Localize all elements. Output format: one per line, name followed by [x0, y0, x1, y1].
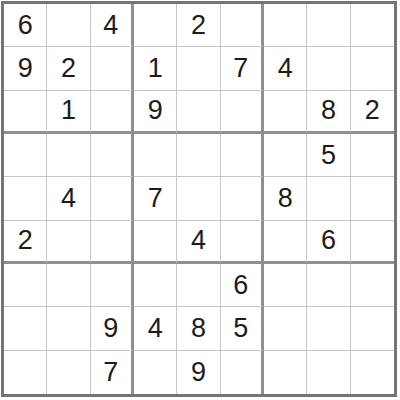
cell-r1c2[interactable]	[47, 4, 90, 47]
cell-r1c7[interactable]	[264, 4, 307, 47]
cell-r6c5[interactable]: 4	[177, 221, 220, 264]
cell-r7c1[interactable]	[4, 264, 47, 307]
cell-r7c4[interactable]	[134, 264, 177, 307]
cell-r4c5[interactable]	[177, 134, 220, 177]
cell-r5c7[interactable]: 8	[264, 177, 307, 220]
cell-r9c8[interactable]	[307, 351, 350, 394]
cell-r3c5[interactable]	[177, 91, 220, 134]
cell-r6c3[interactable]	[91, 221, 134, 264]
cell-r4c2[interactable]	[47, 134, 90, 177]
cell-r2c8[interactable]	[307, 47, 350, 90]
cell-r2c9[interactable]	[351, 47, 394, 90]
cell-r1c8[interactable]	[307, 4, 350, 47]
cell-r7c6[interactable]: 6	[221, 264, 264, 307]
cell-r3c2[interactable]: 1	[47, 91, 90, 134]
sudoku-page: 64292174198254782466948579	[0, 0, 400, 400]
cell-r7c7[interactable]	[264, 264, 307, 307]
cell-r5c4[interactable]: 7	[134, 177, 177, 220]
cell-r1c9[interactable]	[351, 4, 394, 47]
cell-r1c6[interactable]	[221, 4, 264, 47]
cell-r4c1[interactable]	[4, 134, 47, 177]
cell-r1c3[interactable]: 4	[91, 4, 134, 47]
cell-r4c4[interactable]	[134, 134, 177, 177]
cell-r6c9[interactable]	[351, 221, 394, 264]
cell-r9c6[interactable]	[221, 351, 264, 394]
cell-r8c3[interactable]: 9	[91, 307, 134, 350]
cell-r5c6[interactable]	[221, 177, 264, 220]
cell-r9c4[interactable]	[134, 351, 177, 394]
cell-r8c5[interactable]: 8	[177, 307, 220, 350]
cell-r2c5[interactable]	[177, 47, 220, 90]
cell-r7c5[interactable]	[177, 264, 220, 307]
cell-r2c6[interactable]: 7	[221, 47, 264, 90]
cell-r8c6[interactable]: 5	[221, 307, 264, 350]
cell-r5c5[interactable]	[177, 177, 220, 220]
cell-r9c5[interactable]: 9	[177, 351, 220, 394]
cell-r2c1[interactable]: 9	[4, 47, 47, 90]
cell-r6c8[interactable]: 6	[307, 221, 350, 264]
cell-r8c4[interactable]: 4	[134, 307, 177, 350]
cell-r5c9[interactable]	[351, 177, 394, 220]
cell-r1c5[interactable]: 2	[177, 4, 220, 47]
sudoku-board: 64292174198254782466948579	[1, 1, 397, 397]
cell-r9c1[interactable]	[4, 351, 47, 394]
cell-r3c7[interactable]	[264, 91, 307, 134]
cell-r3c6[interactable]	[221, 91, 264, 134]
cell-r8c2[interactable]	[47, 307, 90, 350]
cell-r5c3[interactable]	[91, 177, 134, 220]
cell-r3c1[interactable]	[4, 91, 47, 134]
cell-r3c3[interactable]	[91, 91, 134, 134]
cell-r4c9[interactable]	[351, 134, 394, 177]
cell-r6c2[interactable]	[47, 221, 90, 264]
cell-r9c9[interactable]	[351, 351, 394, 394]
cell-r6c6[interactable]	[221, 221, 264, 264]
cell-r5c1[interactable]	[4, 177, 47, 220]
cell-r8c7[interactable]	[264, 307, 307, 350]
cell-r4c3[interactable]	[91, 134, 134, 177]
cell-r6c1[interactable]: 2	[4, 221, 47, 264]
cell-r4c8[interactable]: 5	[307, 134, 350, 177]
cell-r3c8[interactable]: 8	[307, 91, 350, 134]
cell-r6c4[interactable]	[134, 221, 177, 264]
cell-r9c3[interactable]: 7	[91, 351, 134, 394]
cell-r4c6[interactable]	[221, 134, 264, 177]
cell-r2c4[interactable]: 1	[134, 47, 177, 90]
cell-r7c2[interactable]	[47, 264, 90, 307]
cell-r5c8[interactable]	[307, 177, 350, 220]
cell-r9c7[interactable]	[264, 351, 307, 394]
cell-r8c8[interactable]	[307, 307, 350, 350]
cell-r4c7[interactable]	[264, 134, 307, 177]
cell-r9c2[interactable]	[47, 351, 90, 394]
cell-r2c7[interactable]: 4	[264, 47, 307, 90]
cell-r1c1[interactable]: 6	[4, 4, 47, 47]
cell-r3c9[interactable]: 2	[351, 91, 394, 134]
cell-r7c3[interactable]	[91, 264, 134, 307]
cell-r2c3[interactable]	[91, 47, 134, 90]
cell-r1c4[interactable]	[134, 4, 177, 47]
cell-r6c7[interactable]	[264, 221, 307, 264]
cell-r3c4[interactable]: 9	[134, 91, 177, 134]
cell-r8c9[interactable]	[351, 307, 394, 350]
cell-r7c9[interactable]	[351, 264, 394, 307]
cell-r5c2[interactable]: 4	[47, 177, 90, 220]
cell-r7c8[interactable]	[307, 264, 350, 307]
cell-r8c1[interactable]	[4, 307, 47, 350]
cell-r2c2[interactable]: 2	[47, 47, 90, 90]
